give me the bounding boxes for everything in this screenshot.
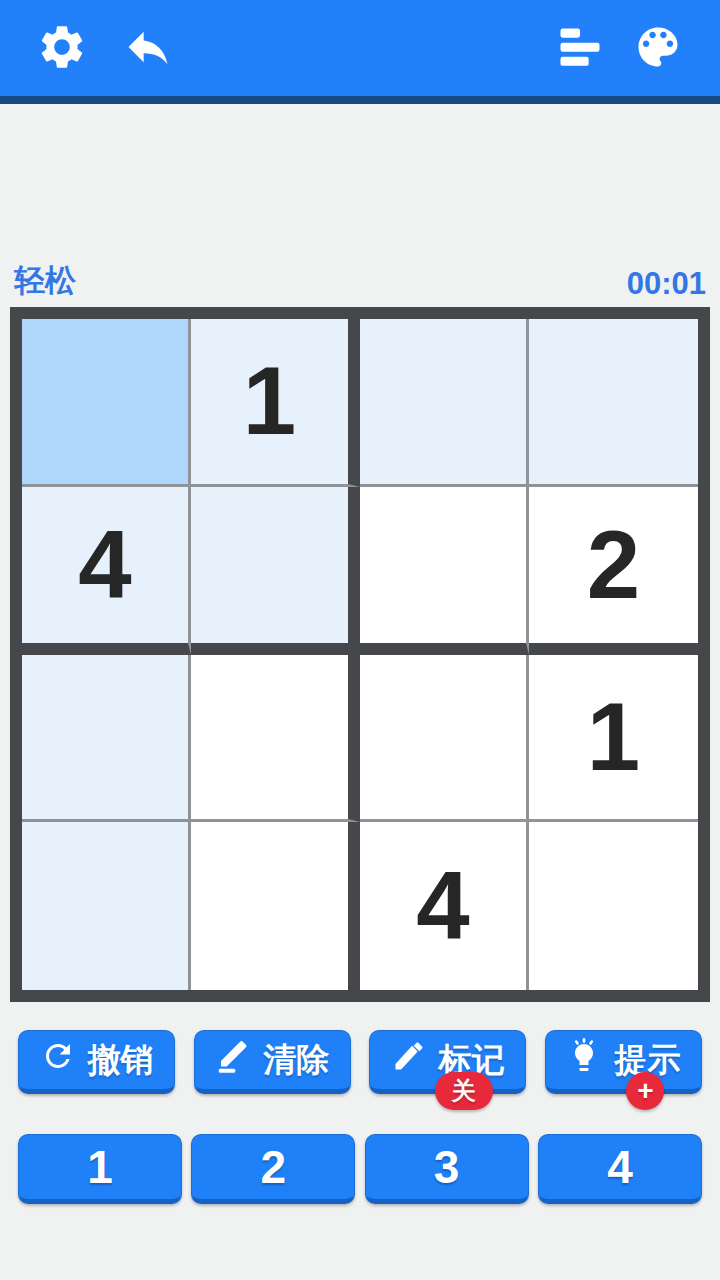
- cell-r4c3[interactable]: 4: [360, 822, 529, 990]
- timer-label: 00:01: [627, 266, 706, 302]
- settings-button[interactable]: [36, 22, 88, 74]
- mark-toggle-badge: 关: [435, 1072, 493, 1110]
- numpad-row: 1 2 3 4: [18, 1134, 702, 1204]
- cell-r2c4[interactable]: 2: [529, 487, 698, 655]
- app-bar-shadow-strip: [0, 96, 720, 104]
- numpad-button-3[interactable]: 3: [365, 1134, 529, 1204]
- hint-count-badge: +: [626, 1072, 664, 1110]
- app-bar-right-group: [554, 22, 684, 74]
- theme-palette-icon: [632, 21, 684, 76]
- hint-button[interactable]: 提示 +: [545, 1030, 702, 1094]
- mark-button[interactable]: 标记 关: [369, 1030, 526, 1094]
- numpad-button-4[interactable]: 4: [538, 1134, 702, 1204]
- clear-pencil-icon: [215, 1038, 251, 1082]
- clear-button[interactable]: 清除: [194, 1030, 351, 1094]
- cell-r1c2[interactable]: 1: [191, 319, 360, 487]
- cell-r4c1[interactable]: [22, 822, 191, 990]
- cell-r1c3[interactable]: [360, 319, 529, 487]
- numpad-button-2[interactable]: 2: [191, 1134, 355, 1204]
- app-bar: [0, 0, 720, 96]
- back-arrow-icon: [122, 21, 174, 76]
- cell-r2c2[interactable]: [191, 487, 360, 655]
- cell-r4c2[interactable]: [191, 822, 360, 990]
- levels-button[interactable]: [554, 22, 606, 74]
- hint-bulb-icon: [566, 1038, 602, 1082]
- cell-r2c1[interactable]: 4: [22, 487, 191, 655]
- status-bar: 轻松 00:01: [14, 266, 706, 302]
- cell-r3c3[interactable]: [360, 655, 529, 823]
- levels-list-icon: [554, 21, 606, 76]
- cell-r4c4[interactable]: [529, 822, 698, 990]
- cell-r3c4[interactable]: 1: [529, 655, 698, 823]
- numpad-button-1[interactable]: 1: [18, 1134, 182, 1204]
- mark-pencil-icon: [391, 1038, 427, 1082]
- cell-r3c1[interactable]: [22, 655, 191, 823]
- back-button[interactable]: [122, 22, 174, 74]
- action-button-row: 撤销 清除 标记 关 提示 +: [18, 1030, 702, 1094]
- app-bar-left-group: [36, 22, 174, 74]
- undo-label: 撤销: [88, 1038, 154, 1083]
- undo-icon: [40, 1038, 76, 1082]
- difficulty-label: 轻松: [14, 260, 76, 302]
- cell-r1c4[interactable]: [529, 319, 698, 487]
- clear-label: 清除: [263, 1038, 329, 1083]
- undo-button[interactable]: 撤销: [18, 1030, 175, 1094]
- cell-r1c1[interactable]: [22, 319, 191, 487]
- theme-button[interactable]: [632, 22, 684, 74]
- cell-r2c3[interactable]: [360, 487, 529, 655]
- settings-gear-icon: [36, 21, 88, 76]
- cell-r3c2[interactable]: [191, 655, 360, 823]
- sudoku-board: 14214: [10, 307, 710, 1002]
